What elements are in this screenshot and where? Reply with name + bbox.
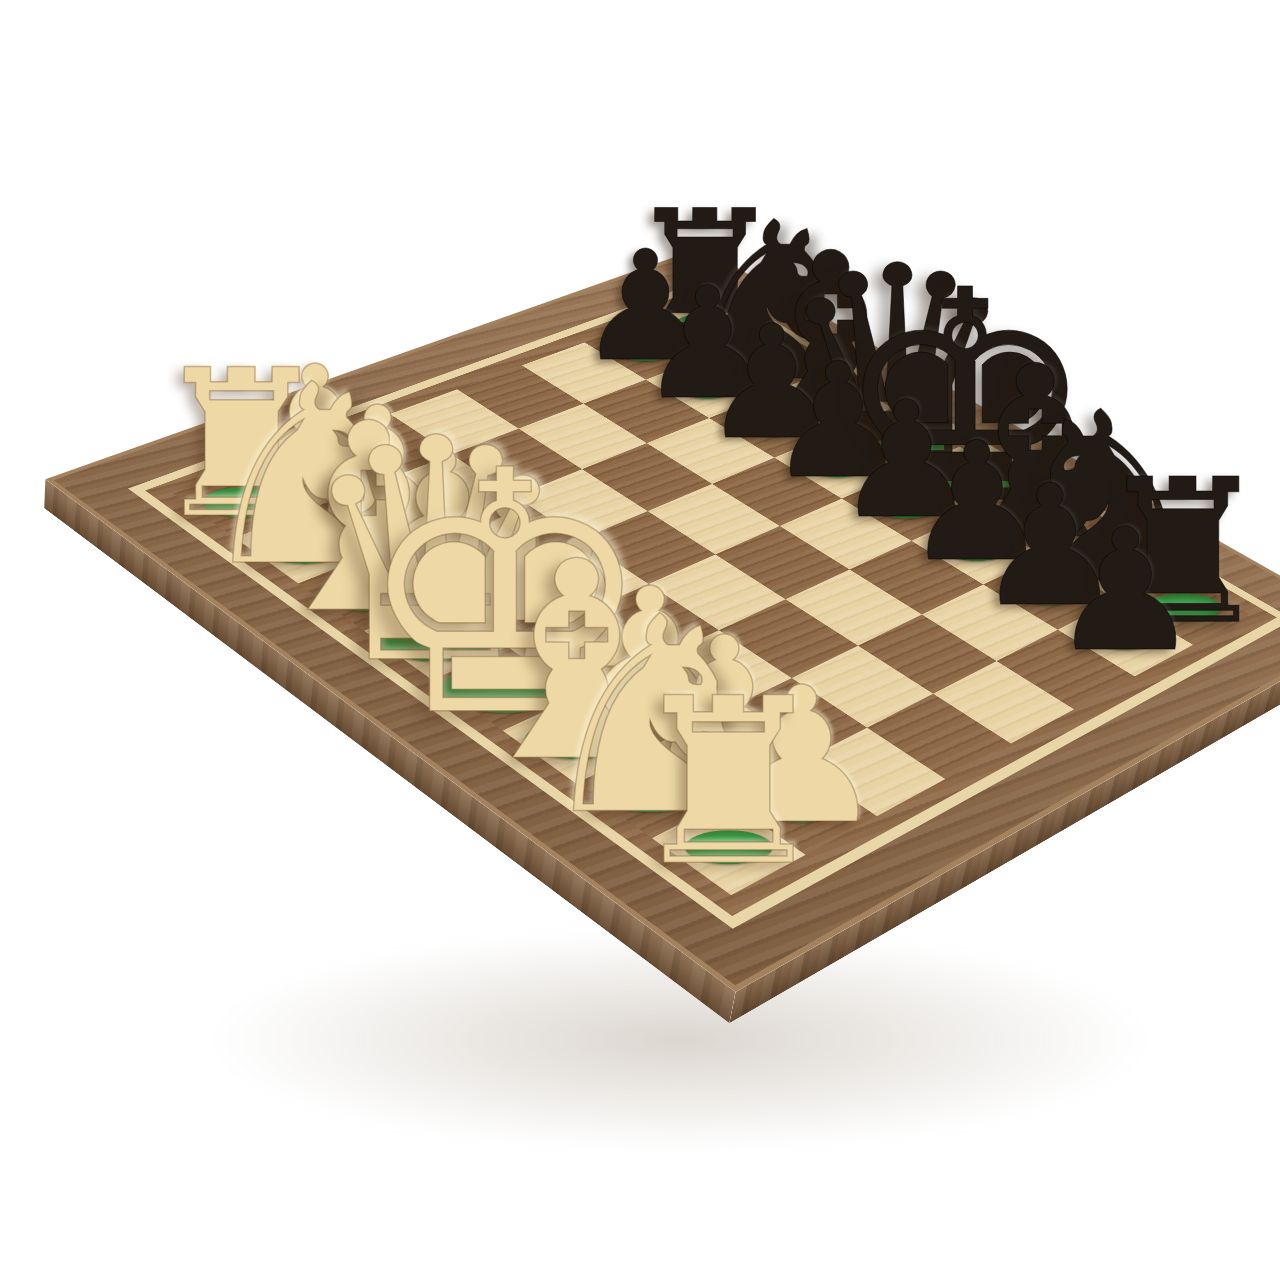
piece-white-rook[interactable]: ♜ bbox=[626, 668, 832, 898]
pieces-layer: ♜♞♝♛♚♝♞♜♟♟♟♟♟♟♟♟♟♟♟♟♟♟♟♟♜♞♝♛♚♝♞♜ bbox=[0, 0, 1280, 1280]
chess-set-photo: ♜♞♝♛♚♝♞♜♟♟♟♟♟♟♟♟♟♟♟♟♟♟♟♟♜♞♝♛♚♝♞♜ bbox=[0, 0, 1280, 1280]
piece-black-pawn[interactable]: ♟ bbox=[1050, 506, 1202, 675]
